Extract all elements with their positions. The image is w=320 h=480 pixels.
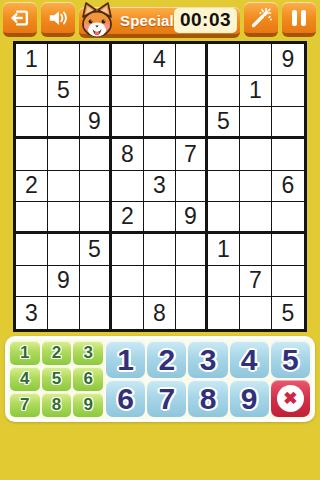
game-mode-bar: Special 00:03 [79,7,240,38]
sudoku-cell[interactable] [240,107,272,139]
sudoku-cell[interactable]: 8 [144,297,176,329]
sudoku-cell[interactable] [176,107,208,139]
sudoku-cell[interactable] [80,171,112,203]
sudoku-cell[interactable] [240,202,272,234]
sound-icon [47,7,69,29]
digit-button-8[interactable]: 8 [188,380,227,417]
sudoku-cell[interactable] [272,266,304,298]
sudoku-cell[interactable] [80,44,112,76]
sudoku-cell[interactable] [112,76,144,108]
sudoku-cell[interactable]: 2 [16,171,48,203]
sudoku-cell[interactable]: 5 [80,234,112,266]
erase-button[interactable]: ✖ [271,380,310,417]
sudoku-cell[interactable] [80,202,112,234]
sudoku-cell[interactable] [208,266,240,298]
pause-button[interactable] [282,2,316,37]
sudoku-board: 149519587236295197385 [13,41,307,332]
digit-button-9[interactable]: 9 [230,380,269,417]
digit-button-5[interactable]: 5 [271,341,310,378]
digit-entry-pad: 123456789✖ [106,341,310,417]
sudoku-cell[interactable] [112,234,144,266]
note-digit-button-3[interactable]: 3 [73,341,103,365]
digit-button-6[interactable]: 6 [106,380,145,417]
sound-button[interactable] [41,2,75,37]
magic-wand-icon [249,6,273,30]
sudoku-cell[interactable] [80,266,112,298]
sudoku-cell[interactable] [112,266,144,298]
sudoku-cell[interactable] [176,44,208,76]
sudoku-cell[interactable]: 9 [272,44,304,76]
sudoku-cell[interactable]: 9 [176,202,208,234]
sudoku-cell[interactable] [16,76,48,108]
sudoku-cell[interactable] [176,171,208,203]
sudoku-cell[interactable] [112,297,144,329]
sudoku-cell[interactable] [48,107,80,139]
sudoku-cell[interactable] [240,44,272,76]
digit-button-3[interactable]: 3 [188,341,227,378]
sudoku-cell[interactable] [176,297,208,329]
note-digit-button-2[interactable]: 2 [42,341,72,365]
note-digit-button-4[interactable]: 4 [10,367,40,391]
sudoku-cell[interactable]: 5 [272,297,304,329]
sudoku-cell[interactable]: 3 [144,171,176,203]
mode-label: Special [120,12,174,29]
note-digit-button-1[interactable]: 1 [10,341,40,365]
sudoku-cell[interactable] [144,107,176,139]
sudoku-cell[interactable]: 9 [48,266,80,298]
sudoku-cell[interactable] [80,139,112,171]
sudoku-cell[interactable] [208,44,240,76]
sudoku-cell[interactable] [240,297,272,329]
sudoku-cell[interactable]: 7 [240,266,272,298]
sudoku-cell[interactable] [272,139,304,171]
sudoku-cell[interactable] [240,139,272,171]
top-toolbar: Special 00:03 ? [0,0,320,40]
sudoku-cell[interactable]: 1 [16,44,48,76]
sudoku-cell[interactable] [112,44,144,76]
sudoku-cell[interactable]: 3 [16,297,48,329]
sudoku-cell[interactable] [48,297,80,329]
sudoku-cell[interactable] [16,202,48,234]
exit-button[interactable] [3,2,37,37]
digit-button-4[interactable]: 4 [230,341,269,378]
pencil-note-pad: 123456789 [10,341,103,417]
sudoku-cell[interactable]: 6 [272,171,304,203]
note-digit-button-8[interactable]: 8 [42,393,72,417]
sudoku-cell[interactable] [16,234,48,266]
sudoku-cell[interactable] [48,202,80,234]
sudoku-cell[interactable] [80,76,112,108]
sudoku-cell[interactable]: 8 [112,139,144,171]
note-digit-button-5[interactable]: 5 [42,367,72,391]
number-pad: 123456789 123456789✖ [5,336,315,422]
note-digit-button-6[interactable]: 6 [73,367,103,391]
sudoku-cell[interactable] [208,297,240,329]
sudoku-cell[interactable] [272,76,304,108]
sudoku-cell[interactable]: 2 [112,202,144,234]
sudoku-cell[interactable]: 5 [208,107,240,139]
sudoku-cell[interactable]: 1 [240,76,272,108]
digit-button-7[interactable]: 7 [147,380,186,417]
sudoku-cell[interactable] [272,202,304,234]
sudoku-cell[interactable]: 7 [176,139,208,171]
sudoku-cell[interactable] [144,139,176,171]
sudoku-cell[interactable] [208,139,240,171]
sudoku-cell[interactable] [208,171,240,203]
sudoku-cell[interactable] [16,139,48,171]
sudoku-cell[interactable] [48,171,80,203]
sudoku-cell[interactable] [16,266,48,298]
sudoku-cell[interactable] [208,202,240,234]
sudoku-cell[interactable]: 5 [48,76,80,108]
sudoku-cell[interactable] [272,107,304,139]
sudoku-cell[interactable]: 4 [144,44,176,76]
hint-button[interactable] [244,2,278,37]
cat-mascot-icon [77,0,117,40]
sudoku-cell[interactable] [144,234,176,266]
exit-icon [9,7,31,29]
sudoku-cell[interactable]: 9 [80,107,112,139]
sudoku-cell[interactable] [16,107,48,139]
sudoku-cell[interactable] [240,234,272,266]
sudoku-cell[interactable] [272,234,304,266]
sudoku-cell[interactable] [48,44,80,76]
sudoku-cell[interactable] [176,266,208,298]
sudoku-cell[interactable] [240,171,272,203]
sudoku-cell[interactable] [176,76,208,108]
erase-x-icon: ✖ [277,385,304,412]
timer-display: 00:03 [174,8,237,33]
sudoku-cell[interactable] [176,234,208,266]
sudoku-cell[interactable] [80,297,112,329]
sudoku-cell[interactable] [144,76,176,108]
sudoku-cell[interactable] [112,171,144,203]
sudoku-cell[interactable]: 1 [208,234,240,266]
sudoku-cell[interactable] [144,266,176,298]
sudoku-cell[interactable] [48,234,80,266]
sudoku-cell[interactable] [144,202,176,234]
digit-button-2[interactable]: 2 [147,341,186,378]
digit-button-1[interactable]: 1 [106,341,145,378]
sudoku-cell[interactable] [208,76,240,108]
note-digit-button-7[interactable]: 7 [10,393,40,417]
pause-icon [292,10,306,26]
note-digit-button-9[interactable]: 9 [73,393,103,417]
sudoku-cell[interactable] [112,107,144,139]
sudoku-cell[interactable] [48,139,80,171]
